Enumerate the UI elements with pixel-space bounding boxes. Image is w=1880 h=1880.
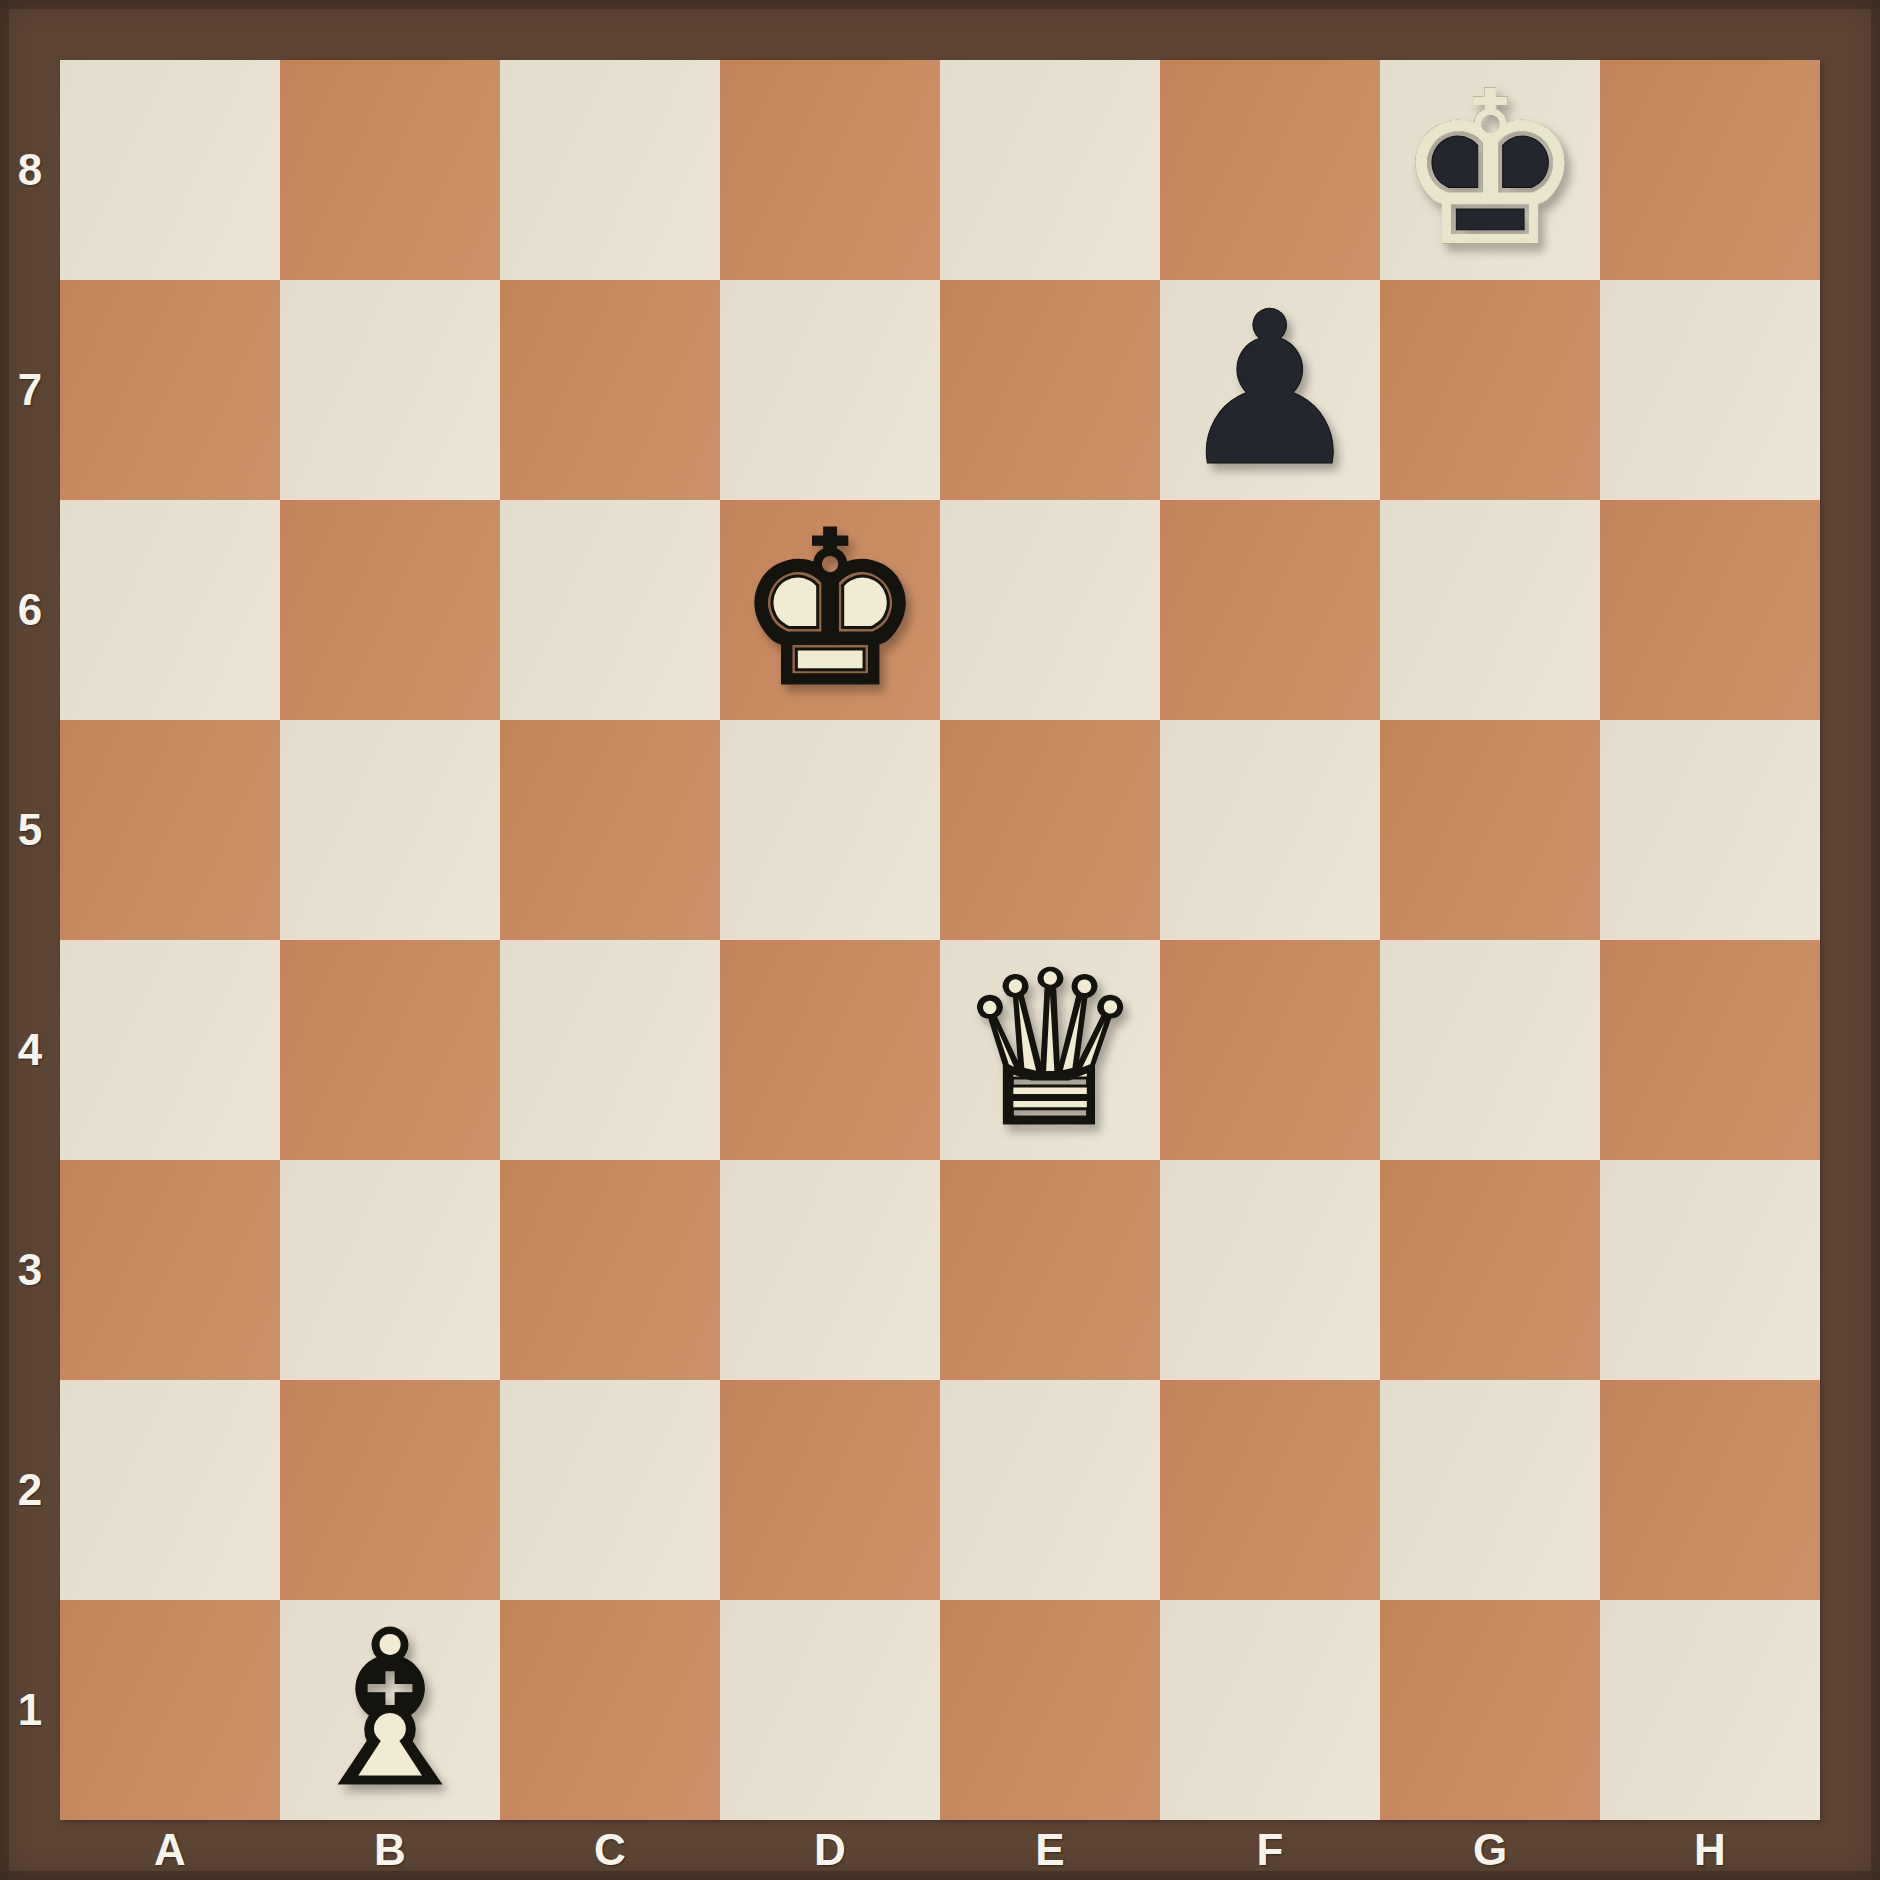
square-d3[interactable] [720, 1160, 940, 1380]
square-a2[interactable] [60, 1380, 280, 1600]
square-b3[interactable] [280, 1160, 500, 1380]
square-f4[interactable] [1160, 940, 1380, 1160]
square-c3[interactable] [500, 1160, 720, 1380]
white-bishop[interactable]: ♝♗ [280, 1600, 500, 1820]
white-king[interactable]: ♚♔ [720, 500, 940, 720]
square-f6[interactable] [1160, 500, 1380, 720]
white-king-outline: ♔ [720, 500, 940, 720]
file-label-b: B [280, 1820, 500, 1880]
white-bishop-outline: ♗ [280, 1600, 500, 1820]
black-king-outline: ♔ [1380, 60, 1600, 280]
square-e7[interactable] [940, 280, 1160, 500]
square-b2[interactable] [280, 1380, 500, 1600]
square-a6[interactable] [60, 500, 280, 720]
square-d5[interactable] [720, 720, 940, 940]
black-pawn[interactable]: ♟♙ [1160, 280, 1380, 500]
square-f8[interactable] [1160, 60, 1380, 280]
square-c7[interactable] [500, 280, 720, 500]
black-king[interactable]: ♚♔ [1380, 60, 1600, 280]
square-e8[interactable] [940, 60, 1160, 280]
square-d1[interactable] [720, 1600, 940, 1820]
chess-board: ♚♔♟♙♚♔♛♕♝♗ [60, 60, 1820, 1820]
square-c4[interactable] [500, 940, 720, 1160]
square-a1[interactable] [60, 1600, 280, 1820]
square-b8[interactable] [280, 60, 500, 280]
white-queen-outline: ♕ [940, 940, 1160, 1160]
square-e2[interactable] [940, 1380, 1160, 1600]
square-a4[interactable] [60, 940, 280, 1160]
rank-label-5: 5 [0, 720, 60, 940]
file-label-h: H [1600, 1820, 1820, 1880]
square-a8[interactable] [60, 60, 280, 280]
board-frame: ♚♔♟♙♚♔♛♕♝♗ 87654321 ABCDEFGH [0, 0, 1880, 1880]
square-f2[interactable] [1160, 1380, 1380, 1600]
file-label-e: E [940, 1820, 1160, 1880]
square-h3[interactable] [1600, 1160, 1820, 1380]
square-c2[interactable] [500, 1380, 720, 1600]
rank-label-8: 8 [0, 60, 60, 280]
square-h1[interactable] [1600, 1600, 1820, 1820]
square-d7[interactable] [720, 280, 940, 500]
file-label-g: G [1380, 1820, 1600, 1880]
square-h5[interactable] [1600, 720, 1820, 940]
square-e6[interactable] [940, 500, 1160, 720]
rank-label-4: 4 [0, 940, 60, 1160]
square-a5[interactable] [60, 720, 280, 940]
square-g7[interactable] [1380, 280, 1600, 500]
square-f1[interactable] [1160, 1600, 1380, 1820]
file-label-a: A [60, 1820, 280, 1880]
square-e3[interactable] [940, 1160, 1160, 1380]
square-g6[interactable] [1380, 500, 1600, 720]
black-pawn-glyph: ♟ [1160, 280, 1380, 500]
rank-label-2: 2 [0, 1380, 60, 1600]
square-c8[interactable] [500, 60, 720, 280]
square-h2[interactable] [1600, 1380, 1820, 1600]
square-d4[interactable] [720, 940, 940, 1160]
square-c6[interactable] [500, 500, 720, 720]
square-e5[interactable] [940, 720, 1160, 940]
rank-label-6: 6 [0, 500, 60, 720]
square-f5[interactable] [1160, 720, 1380, 940]
square-c5[interactable] [500, 720, 720, 940]
white-queen[interactable]: ♛♕ [940, 940, 1160, 1160]
square-g3[interactable] [1380, 1160, 1600, 1380]
square-h8[interactable] [1600, 60, 1820, 280]
file-label-f: F [1160, 1820, 1380, 1880]
rank-label-3: 3 [0, 1160, 60, 1380]
square-e1[interactable] [940, 1600, 1160, 1820]
square-h6[interactable] [1600, 500, 1820, 720]
square-d2[interactable] [720, 1380, 940, 1600]
square-a3[interactable] [60, 1160, 280, 1380]
file-label-c: C [500, 1820, 720, 1880]
square-b5[interactable] [280, 720, 500, 940]
square-b6[interactable] [280, 500, 500, 720]
square-g5[interactable] [1380, 720, 1600, 940]
rank-label-7: 7 [0, 280, 60, 500]
file-label-d: D [720, 1820, 940, 1880]
square-g2[interactable] [1380, 1380, 1600, 1600]
square-h7[interactable] [1600, 280, 1820, 500]
square-g4[interactable] [1380, 940, 1600, 1160]
square-f3[interactable] [1160, 1160, 1380, 1380]
square-a7[interactable] [60, 280, 280, 500]
square-b7[interactable] [280, 280, 500, 500]
square-c1[interactable] [500, 1600, 720, 1820]
square-h4[interactable] [1600, 940, 1820, 1160]
rank-label-1: 1 [0, 1600, 60, 1820]
square-d8[interactable] [720, 60, 940, 280]
square-b4[interactable] [280, 940, 500, 1160]
square-g1[interactable] [1380, 1600, 1600, 1820]
